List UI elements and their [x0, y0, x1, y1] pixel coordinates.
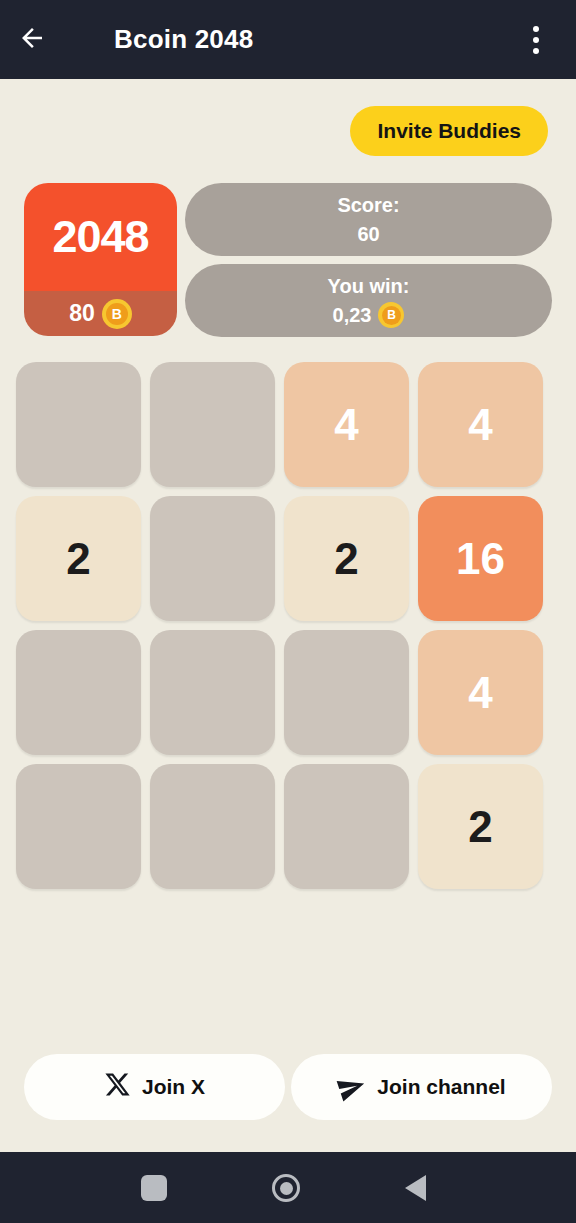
win-pill: You win: 0,23 B	[185, 264, 552, 337]
empty-cell-r4c3	[284, 764, 409, 889]
balance-badge: 80 B	[24, 291, 177, 336]
invite-buddies-label: Invite Buddies	[377, 119, 521, 143]
tile-2-r4c4: 2	[418, 764, 543, 889]
page-title: Bcoin 2048	[114, 24, 253, 55]
empty-cell-r1c2	[150, 362, 275, 487]
score-label: Score:	[337, 191, 399, 220]
bcoin-2048-app: Bcoin 2048 Invite Buddies 2048 80 B Scor…	[0, 0, 576, 1223]
empty-cell-r4c2	[150, 764, 275, 889]
tile-2-r2c1: 2	[16, 496, 141, 621]
empty-cell-r2c2	[150, 496, 275, 621]
empty-cell-r3c2	[150, 630, 275, 755]
balance-value: 80	[69, 300, 95, 327]
score-value: 60	[357, 220, 379, 249]
join-x-label: Join X	[142, 1075, 205, 1099]
back-triangle-icon[interactable]	[405, 1175, 426, 1201]
tile-16-r2c4: 16	[418, 496, 543, 621]
join-buttons-row: Join X Join channel	[24, 1054, 552, 1120]
telegram-plane-icon	[334, 1069, 371, 1106]
x-logo-icon	[104, 1071, 131, 1103]
join-x-button[interactable]: Join X	[24, 1054, 285, 1120]
join-channel-label: Join channel	[377, 1075, 505, 1099]
win-label: You win:	[328, 272, 410, 301]
bitcoin-coin-icon: B	[102, 299, 132, 329]
empty-cell-r4c1	[16, 764, 141, 889]
home-circle-icon[interactable]	[272, 1174, 300, 1202]
tile-4-r1c3: 4	[284, 362, 409, 487]
join-channel-button[interactable]: Join channel	[291, 1054, 552, 1120]
invite-buddies-button[interactable]: Invite Buddies	[350, 106, 548, 156]
empty-cell-r3c1	[16, 630, 141, 755]
logo-title: 2048	[52, 211, 148, 263]
tile-4-r3c4: 4	[418, 630, 543, 755]
empty-cell-r1c1	[16, 362, 141, 487]
tile-2-r2c3: 2	[284, 496, 409, 621]
game-logo-card: 2048 80 B	[24, 183, 177, 336]
arrow-left-icon	[17, 23, 47, 57]
android-nav-bar	[0, 1152, 576, 1223]
board[interactable]: 44221642	[16, 362, 543, 889]
app-bar: Bcoin 2048	[0, 0, 576, 79]
recents-square-icon[interactable]	[141, 1175, 167, 1201]
logo-2048: 2048	[24, 183, 177, 291]
kebab-menu-icon[interactable]	[518, 0, 554, 79]
tile-4-r1c4: 4	[418, 362, 543, 487]
empty-cell-r3c3	[284, 630, 409, 755]
bitcoin-coin-icon: B	[378, 302, 404, 328]
back-button[interactable]	[0, 0, 64, 79]
score-pill: Score: 60	[185, 183, 552, 256]
win-value: 0,23	[333, 301, 372, 330]
